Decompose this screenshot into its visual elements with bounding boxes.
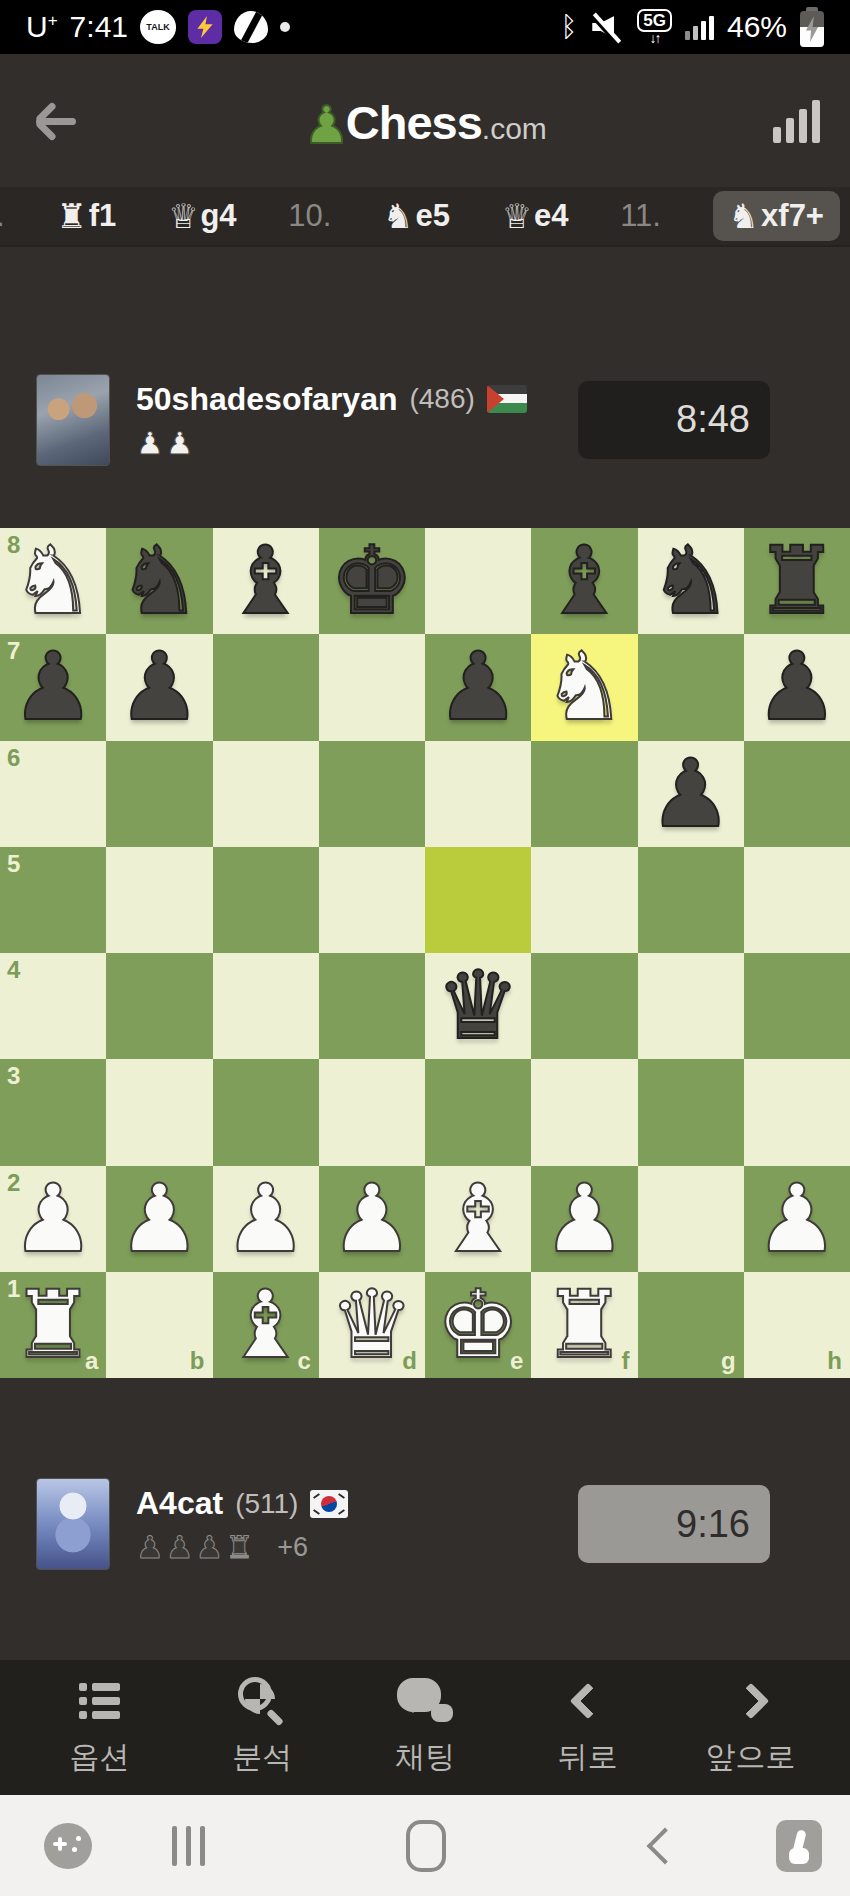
square-g1[interactable]: g bbox=[638, 1272, 744, 1378]
square-a3[interactable]: 3 bbox=[0, 1059, 106, 1165]
square-a5[interactable]: 5 bbox=[0, 847, 106, 953]
square-b7[interactable]: ♟ bbox=[106, 634, 212, 740]
player-captured-pieces: ♟♟♟♜ bbox=[136, 1532, 253, 1563]
android-back-button[interactable] bbox=[647, 1827, 684, 1864]
square-e5[interactable] bbox=[425, 847, 531, 953]
white-king: ♚ bbox=[425, 1272, 531, 1378]
white-knight-move-icon: ♞ bbox=[383, 196, 413, 236]
move-item[interactable]: ♞e5 bbox=[383, 196, 450, 236]
rank-label-6: 6 bbox=[7, 746, 20, 770]
square-f8[interactable]: ♝ bbox=[531, 528, 637, 634]
white-rook-move-icon: ♜ bbox=[56, 196, 86, 236]
square-h3[interactable] bbox=[744, 1059, 850, 1165]
rank-label-3: 3 bbox=[7, 1064, 20, 1088]
chevron-right-icon bbox=[732, 1683, 769, 1720]
black-pawn: ♟ bbox=[425, 634, 531, 740]
black-pawn: ♟ bbox=[0, 634, 106, 740]
recent-apps-button[interactable] bbox=[172, 1826, 205, 1866]
opponent-avatar[interactable] bbox=[36, 374, 110, 466]
chess-board: 8♞♞♝♚♝♞♜7♟♟♟♞♟6♟54♛32♟♟♟♟♝♟♟1a♜bc♝d♛e♚f♜… bbox=[0, 528, 850, 1378]
options-icon bbox=[79, 1683, 120, 1719]
square-e2[interactable]: ♝ bbox=[425, 1166, 531, 1272]
square-g4[interactable] bbox=[638, 953, 744, 1059]
white-rook: ♜ bbox=[531, 1272, 637, 1378]
square-c6[interactable] bbox=[213, 741, 319, 847]
captured-white-pawn-icon: ♟ bbox=[166, 428, 194, 459]
black-king: ♚ bbox=[319, 528, 425, 634]
opponent-clock: 8:48 bbox=[578, 381, 770, 459]
captured-black-pawn-icon: ♟ bbox=[136, 1532, 164, 1563]
opponent-captured-pieces: ♟♟ bbox=[136, 428, 194, 459]
square-e7[interactable]: ♟ bbox=[425, 634, 531, 740]
square-d6[interactable] bbox=[319, 741, 425, 847]
swirl-app-notification-icon bbox=[234, 11, 268, 43]
square-f1[interactable]: f♜ bbox=[531, 1272, 637, 1378]
black-pawn: ♟ bbox=[638, 741, 744, 847]
player-clock: 9:16 bbox=[578, 1485, 770, 1563]
square-d5[interactable] bbox=[319, 847, 425, 953]
square-f3[interactable] bbox=[531, 1059, 637, 1165]
move-number: 11. bbox=[620, 198, 661, 234]
black-queen: ♛ bbox=[425, 953, 531, 1059]
player-rating: (511) bbox=[235, 1488, 298, 1520]
square-b4[interactable] bbox=[106, 953, 212, 1059]
black-bishop: ♝ bbox=[213, 528, 319, 634]
move-list-bar: .♜f1♕g410.♞e5♕e411.♞xf7+ bbox=[0, 187, 850, 247]
chat-icon bbox=[397, 1678, 453, 1724]
square-g3[interactable] bbox=[638, 1059, 744, 1165]
square-h8[interactable]: ♜ bbox=[744, 528, 850, 634]
square-b1[interactable]: b bbox=[106, 1272, 212, 1378]
logo-text: Chess bbox=[346, 95, 482, 150]
square-d8[interactable]: ♚ bbox=[319, 528, 425, 634]
rank-label-4: 4 bbox=[7, 958, 20, 982]
square-e3[interactable] bbox=[425, 1059, 531, 1165]
square-d7[interactable] bbox=[319, 634, 425, 740]
file-label-b: b bbox=[190, 1349, 205, 1373]
chesscom-logo: ♟ Chess .com bbox=[303, 91, 547, 151]
carrier-label: U+ bbox=[26, 10, 58, 44]
rank-label-5: 5 bbox=[7, 852, 20, 876]
phone-screen: U+ 7:41 TALK ᛒ 5G↓↑ 46% ♟ Chess .com .♜f… bbox=[0, 0, 850, 1896]
white-pawn: ♟ bbox=[106, 1166, 212, 1272]
analysis-icon bbox=[238, 1677, 286, 1725]
square-b3[interactable] bbox=[106, 1059, 212, 1165]
android-nav-bar bbox=[0, 1795, 850, 1896]
file-label-g: g bbox=[721, 1349, 736, 1373]
square-h7[interactable]: ♟ bbox=[744, 634, 850, 740]
opponent-rating: (486) bbox=[409, 383, 474, 415]
square-a7[interactable]: 7♟ bbox=[0, 634, 106, 740]
square-h5[interactable] bbox=[744, 847, 850, 953]
opponent-username: 50shadesofaryan bbox=[136, 381, 397, 418]
square-d3[interactable] bbox=[319, 1059, 425, 1165]
square-a6[interactable]: 6 bbox=[0, 741, 106, 847]
notification-dot-icon bbox=[280, 22, 290, 32]
square-c4[interactable] bbox=[213, 953, 319, 1059]
move-overflow: . bbox=[0, 198, 5, 234]
white-bishop: ♝ bbox=[213, 1272, 319, 1378]
black-rook: ♜ bbox=[744, 528, 850, 634]
chevron-left-icon bbox=[569, 1683, 606, 1720]
square-d1[interactable]: d♛ bbox=[319, 1272, 425, 1378]
white-knight: ♞ bbox=[0, 528, 106, 634]
app-header: ♟ Chess .com bbox=[0, 54, 850, 187]
touch-mode-icon[interactable] bbox=[776, 1820, 822, 1872]
player-avatar[interactable] bbox=[36, 1478, 110, 1570]
white-bishop: ♝ bbox=[425, 1166, 531, 1272]
battery-percent: 46% bbox=[727, 10, 787, 44]
logo-suffix: .com bbox=[482, 112, 547, 146]
square-c5[interactable] bbox=[213, 847, 319, 953]
back-arrow-button[interactable] bbox=[30, 99, 82, 143]
square-d4[interactable] bbox=[319, 953, 425, 1059]
player-panel-top: 50shadesofaryan (486) ♟♟ 8:48 bbox=[0, 247, 850, 528]
chat-button[interactable]: 채팅 bbox=[370, 1677, 480, 1778]
purple-app-notification-icon bbox=[188, 10, 222, 44]
black-knight: ♞ bbox=[638, 528, 744, 634]
current-move[interactable]: ♞xf7+ bbox=[713, 191, 840, 241]
square-f2[interactable]: ♟ bbox=[531, 1166, 637, 1272]
black-queen-move-icon: ♕ bbox=[168, 196, 198, 236]
white-knight: ♞ bbox=[531, 634, 637, 740]
south-korea-flag-icon bbox=[310, 1490, 348, 1518]
mute-icon bbox=[590, 11, 624, 43]
square-g2[interactable] bbox=[638, 1166, 744, 1272]
square-c8[interactable]: ♝ bbox=[213, 528, 319, 634]
move-item[interactable]: ♜f1 bbox=[56, 196, 116, 236]
move-item[interactable]: ♕g4 bbox=[168, 196, 237, 236]
status-time: 7:41 bbox=[70, 10, 128, 44]
square-f4[interactable] bbox=[531, 953, 637, 1059]
square-c3[interactable] bbox=[213, 1059, 319, 1165]
white-pawn: ♟ bbox=[319, 1166, 425, 1272]
captured-black-pawn-icon: ♟ bbox=[166, 1532, 194, 1563]
square-c7[interactable] bbox=[213, 634, 319, 740]
captured-white-pawn-icon: ♟ bbox=[136, 428, 164, 459]
square-f5[interactable] bbox=[531, 847, 637, 953]
black-queen-move-icon: ♕ bbox=[502, 196, 532, 236]
square-g6[interactable]: ♟ bbox=[638, 741, 744, 847]
square-e6[interactable] bbox=[425, 741, 531, 847]
square-e1[interactable]: e♚ bbox=[425, 1272, 531, 1378]
stats-bars-icon[interactable] bbox=[773, 99, 820, 143]
square-b6[interactable] bbox=[106, 741, 212, 847]
white-pawn: ♟ bbox=[531, 1166, 637, 1272]
square-f7[interactable]: ♞ bbox=[531, 634, 637, 740]
square-f6[interactable] bbox=[531, 741, 637, 847]
square-a8[interactable]: 8♞ bbox=[0, 528, 106, 634]
black-pawn: ♟ bbox=[106, 634, 212, 740]
white-rook: ♜ bbox=[0, 1272, 106, 1378]
black-knight: ♞ bbox=[106, 528, 212, 634]
square-c1[interactable]: c♝ bbox=[213, 1272, 319, 1378]
square-c2[interactable]: ♟ bbox=[213, 1166, 319, 1272]
move-number: 10. bbox=[288, 198, 331, 234]
square-h6[interactable] bbox=[744, 741, 850, 847]
kakaotalk-notification-icon: TALK bbox=[140, 10, 176, 44]
white-pawn: ♟ bbox=[0, 1166, 106, 1272]
white-queen: ♛ bbox=[319, 1272, 425, 1378]
move-forward-button[interactable]: 앞으로 bbox=[696, 1677, 806, 1778]
square-e4[interactable]: ♛ bbox=[425, 953, 531, 1059]
square-h2[interactable]: ♟ bbox=[744, 1166, 850, 1272]
black-bishop: ♝ bbox=[531, 528, 637, 634]
5g-network-icon: 5G↓↑ bbox=[637, 9, 672, 45]
battery-icon bbox=[800, 7, 824, 47]
square-b8[interactable]: ♞ bbox=[106, 528, 212, 634]
file-label-h: h bbox=[827, 1349, 842, 1373]
white-knight-move-icon: ♞ bbox=[729, 196, 759, 236]
move-item[interactable]: ♕e4 bbox=[502, 196, 569, 236]
game-tools-floating-icon[interactable] bbox=[44, 1823, 92, 1869]
material-advantage: +6 bbox=[277, 1532, 308, 1563]
black-pawn: ♟ bbox=[744, 634, 850, 740]
square-d2[interactable]: ♟ bbox=[319, 1166, 425, 1272]
square-a4[interactable]: 4 bbox=[0, 953, 106, 1059]
palestine-flag-icon bbox=[487, 385, 527, 413]
square-a1[interactable]: 1a♜ bbox=[0, 1272, 106, 1378]
square-g7[interactable] bbox=[638, 634, 744, 740]
status-bar: U+ 7:41 TALK ᛒ 5G↓↑ 46% bbox=[0, 0, 850, 54]
analysis-button[interactable]: 분석 bbox=[207, 1677, 317, 1778]
home-button[interactable] bbox=[406, 1820, 446, 1872]
signal-strength-icon bbox=[685, 14, 714, 40]
white-pawn: ♟ bbox=[744, 1166, 850, 1272]
captured-black-rook-icon: ♜ bbox=[225, 1532, 253, 1563]
options-button[interactable]: 옵션 bbox=[44, 1677, 154, 1778]
move-back-button[interactable]: 뒤로 bbox=[533, 1677, 643, 1778]
logo-pawn-icon: ♟ bbox=[303, 95, 350, 155]
game-toolbar: 옵션 분석 채팅 뒤로 앞으로 bbox=[0, 1660, 850, 1795]
player-panel-bottom: A4cat (511) ♟♟♟♜ +6 9:16 bbox=[0, 1378, 850, 1660]
square-a2[interactable]: 2♟ bbox=[0, 1166, 106, 1272]
white-pawn: ♟ bbox=[213, 1166, 319, 1272]
player-username: A4cat bbox=[136, 1485, 223, 1522]
bluetooth-icon: ᛒ bbox=[560, 13, 577, 41]
square-b5[interactable] bbox=[106, 847, 212, 953]
square-e8[interactable] bbox=[425, 528, 531, 634]
square-b2[interactable]: ♟ bbox=[106, 1166, 212, 1272]
captured-black-pawn-icon: ♟ bbox=[196, 1532, 224, 1563]
square-g5[interactable] bbox=[638, 847, 744, 953]
square-g8[interactable]: ♞ bbox=[638, 528, 744, 634]
square-h4[interactable] bbox=[744, 953, 850, 1059]
square-h1[interactable]: h bbox=[744, 1272, 850, 1378]
